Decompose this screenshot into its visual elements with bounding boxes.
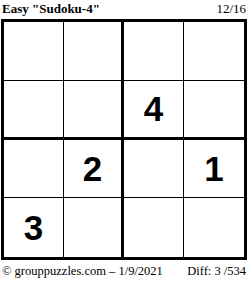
cell-counter: 12/16 [216, 1, 246, 17]
cell-r4c2[interactable] [64, 198, 124, 257]
cell-r4c1[interactable]: 3 [4, 198, 64, 257]
cell-r3c2[interactable]: 2 [64, 140, 124, 199]
sudoku-board: 4 2 1 3 [1, 19, 247, 260]
cell-r3c4[interactable]: 1 [184, 140, 244, 199]
cell-r2c3[interactable]: 4 [124, 81, 184, 140]
copyright-text: © grouppuzzles.com – 1/9/2021 [2, 264, 163, 279]
puzzle-title: Easy "Sudoku-4" [2, 1, 100, 17]
cell-r2c2[interactable] [64, 81, 124, 140]
cell-r1c2[interactable] [64, 22, 124, 81]
cell-r1c4[interactable] [184, 22, 244, 81]
cell-r3c3[interactable] [124, 140, 184, 199]
puzzle-page: Easy "Sudoku-4" 12/16 4 2 1 3 © grouppuz… [0, 0, 248, 282]
cell-r4c4[interactable] [184, 198, 244, 257]
cell-r4c3[interactable] [124, 198, 184, 257]
cell-r1c1[interactable] [4, 22, 64, 81]
cell-r2c1[interactable] [4, 81, 64, 140]
cell-r2c4[interactable] [184, 81, 244, 140]
cell-r3c1[interactable] [4, 140, 64, 199]
difficulty-text: Diff: 3 /534 [187, 264, 246, 279]
cell-r1c3[interactable] [124, 22, 184, 81]
